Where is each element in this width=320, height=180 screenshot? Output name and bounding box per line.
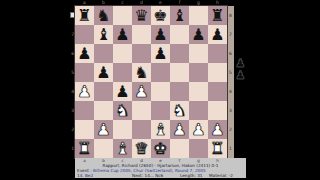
square-d3 <box>132 101 151 120</box>
square-d2 <box>132 120 151 139</box>
rank-numbers-right: 87654321 <box>227 6 234 158</box>
square-c6 <box>113 44 132 63</box>
black-king-e8: ♚ <box>153 6 167 25</box>
square-e6: ♟ <box>151 44 170 63</box>
square-h1: ♜ <box>208 139 227 158</box>
rank-label-5: 5 <box>227 63 234 82</box>
square-g8 <box>189 6 208 25</box>
black-knight-b8: ♞ <box>96 6 110 25</box>
square-a7 <box>75 25 94 44</box>
rank-label-7: 7 <box>227 25 234 44</box>
square-e1: ♚ <box>151 139 170 158</box>
square-g1 <box>189 139 208 158</box>
square-f5 <box>170 63 189 82</box>
square-a1: ♜ <box>75 139 94 158</box>
square-a2 <box>75 120 94 139</box>
black-queen-d8: ♛ <box>134 6 148 25</box>
black-pawn-b5: ♟ <box>96 63 110 82</box>
square-b6 <box>94 44 113 63</box>
black-knight-d5: ♞ <box>134 63 148 82</box>
rank-label-4: 4 <box>64 82 74 101</box>
square-d8: ♛ <box>132 6 151 25</box>
move-status-line: 14. Be2 Next: 14... Nc6 Length: 31 Mater… <box>75 173 246 178</box>
square-b4 <box>94 82 113 101</box>
square-b2: ♟ <box>94 120 113 139</box>
black-rook-a8: ♜ <box>77 6 91 25</box>
square-a6: ♟ <box>75 44 94 63</box>
white-pawn-d4: ♟ <box>134 82 148 101</box>
square-h8: ♜ <box>208 6 227 25</box>
square-h6 <box>208 44 227 63</box>
last-move-text: 14. Be2 <box>77 173 93 178</box>
square-e4 <box>151 82 170 101</box>
square-d6 <box>132 44 151 63</box>
square-c7: ♟ <box>113 25 132 44</box>
square-a8: ♜ <box>75 6 94 25</box>
square-h2: ♟ <box>208 120 227 139</box>
black-bishop-b7: ♝ <box>96 25 110 44</box>
length-text: Length: 31 <box>180 173 203 178</box>
square-c8 <box>113 6 132 25</box>
square-a4: ♟ <box>75 82 94 101</box>
white-pawn-g2: ♟ <box>191 120 205 139</box>
square-f4 <box>170 82 189 101</box>
black-pawn-c7: ♟ <box>115 25 129 44</box>
white-queen-d1: ♛ <box>134 139 148 158</box>
square-e3 <box>151 101 170 120</box>
black-pawn-e6: ♟ <box>153 44 167 63</box>
rank-label-5: 5 <box>64 63 74 82</box>
square-c5 <box>113 63 132 82</box>
material-text: Material: -2 <box>209 173 233 178</box>
square-g3 <box>189 101 208 120</box>
white-rook-h1: ♜ <box>210 139 224 158</box>
square-g2: ♟ <box>189 120 208 139</box>
white-pawn-a4: ♟ <box>77 82 91 101</box>
square-c2 <box>113 120 132 139</box>
square-f7 <box>170 25 189 44</box>
square-c1: ♝ <box>113 139 132 158</box>
square-g5 <box>189 63 208 82</box>
square-g4 <box>189 82 208 101</box>
square-c3: ♞ <box>113 101 132 120</box>
rank-label-7: 7 <box>64 25 74 44</box>
video-frame: abcdefgh 87654321 87654321 ♜♞♛♚♝♜♝♟♟♟♟♟♟… <box>0 0 320 180</box>
square-b8: ♞ <box>94 6 113 25</box>
black-pawn-captured-icon: ♟ <box>235 69 247 81</box>
square-a5 <box>75 63 94 82</box>
rank-label-3: 3 <box>64 101 74 120</box>
black-pawn-e7: ♟ <box>153 25 167 44</box>
square-g7: ♟ <box>189 25 208 44</box>
square-h3 <box>208 101 227 120</box>
material-tray: ♟♟ <box>235 57 247 83</box>
square-e8: ♚ <box>151 6 170 25</box>
square-h5 <box>208 63 227 82</box>
square-e2: ♝ <box>151 120 170 139</box>
white-rook-a1: ♜ <box>77 139 91 158</box>
rank-label-1: 1 <box>227 139 234 158</box>
square-d1: ♛ <box>132 139 151 158</box>
square-b7: ♝ <box>94 25 113 44</box>
rank-label-2: 2 <box>64 120 74 139</box>
square-b3 <box>94 101 113 120</box>
square-b1 <box>94 139 113 158</box>
rank-label-2: 2 <box>227 120 234 139</box>
white-bishop-c1: ♝ <box>115 139 129 158</box>
square-d7 <box>132 25 151 44</box>
square-b5: ♟ <box>94 63 113 82</box>
rank-label-4: 4 <box>227 82 234 101</box>
square-g6 <box>189 44 208 63</box>
square-f2: ♟ <box>170 120 189 139</box>
rank-label-3: 3 <box>227 101 234 120</box>
rank-label-8: 8 <box>227 6 234 25</box>
white-knight-c3: ♞ <box>115 101 129 120</box>
white-pawn-h2: ♟ <box>210 120 224 139</box>
square-f1 <box>170 139 189 158</box>
rank-label-1: 1 <box>64 139 74 158</box>
square-d4: ♟ <box>132 82 151 101</box>
rank-label-6: 6 <box>227 44 234 63</box>
caption-panel: abcdefgh Rapport, Richard (2650) - Hjart… <box>75 158 246 178</box>
square-e5 <box>151 63 170 82</box>
square-h4 <box>208 82 227 101</box>
black-pawn-c4: ♟ <box>115 82 129 101</box>
black-pawn-a6: ♟ <box>77 44 91 63</box>
white-pawn-b2: ♟ <box>96 120 110 139</box>
square-f6 <box>170 44 189 63</box>
square-a3 <box>75 101 94 120</box>
white-knight-f3: ♞ <box>172 101 186 120</box>
white-king-e1: ♚ <box>153 139 167 158</box>
black-bishop-f8: ♝ <box>172 6 186 25</box>
white-bishop-e2: ♝ <box>153 120 167 139</box>
square-f8: ♝ <box>170 6 189 25</box>
square-d5: ♞ <box>132 63 151 82</box>
square-e7: ♟ <box>151 25 170 44</box>
next-move-text: Next: 14... Nc6 <box>132 173 163 178</box>
square-f3: ♞ <box>170 101 189 120</box>
black-pawn-g7: ♟ <box>191 25 205 44</box>
board: ♜♞♛♚♝♜♝♟♟♟♟♟♟♟♞♟♟♟♞♞♟♝♟♟♟♜♝♛♚♜ <box>75 6 227 158</box>
rank-label-6: 6 <box>64 44 74 63</box>
black-pawn-h7: ♟ <box>210 25 224 44</box>
square-c4: ♟ <box>113 82 132 101</box>
square-h7: ♟ <box>208 25 227 44</box>
rank-numbers-left: 87654321 <box>64 6 74 158</box>
white-pawn-f2: ♟ <box>172 120 186 139</box>
black-rook-h8: ♜ <box>210 6 224 25</box>
